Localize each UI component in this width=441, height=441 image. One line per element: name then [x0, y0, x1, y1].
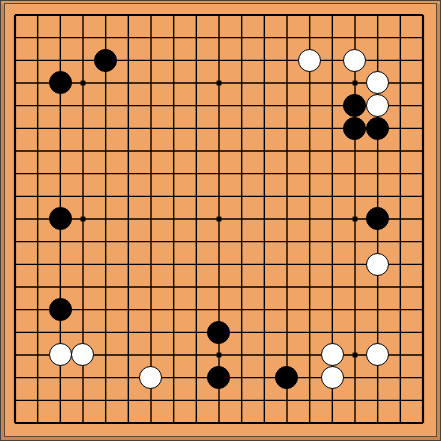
intersection-O4[interactable]	[298, 344, 321, 367]
intersection-J8[interactable]	[185, 253, 208, 276]
intersection-O3[interactable]	[298, 366, 321, 389]
intersection-D16[interactable]	[72, 72, 95, 95]
intersection-J10[interactable]	[185, 208, 208, 231]
intersection-O10[interactable]	[298, 208, 321, 231]
intersection-Q8[interactable]	[344, 253, 367, 276]
intersection-G5[interactable]	[140, 321, 163, 344]
intersection-T7[interactable]	[411, 276, 434, 299]
intersection-K15[interactable]	[208, 94, 231, 117]
intersection-B1[interactable]	[26, 411, 49, 434]
intersection-P15[interactable]	[321, 94, 344, 117]
intersection-L12[interactable]	[230, 162, 253, 185]
intersection-D1[interactable]	[72, 411, 95, 434]
intersection-M6[interactable]	[253, 298, 276, 321]
intersection-B11[interactable]	[26, 185, 49, 208]
intersection-L6[interactable]	[230, 298, 253, 321]
intersection-F11[interactable]	[117, 185, 140, 208]
intersection-J13[interactable]	[185, 140, 208, 163]
intersection-S6[interactable]	[389, 298, 412, 321]
intersection-K16[interactable]	[208, 72, 231, 95]
intersection-E5[interactable]	[94, 321, 117, 344]
intersection-D8[interactable]	[72, 253, 95, 276]
intersection-R17[interactable]	[366, 49, 389, 72]
intersection-A10[interactable]	[4, 208, 27, 231]
intersection-H16[interactable]	[162, 72, 185, 95]
intersection-T5[interactable]	[411, 321, 434, 344]
intersection-L5[interactable]	[230, 321, 253, 344]
intersection-M18[interactable]	[253, 26, 276, 49]
intersection-R4[interactable]	[366, 344, 389, 367]
intersection-M16[interactable]	[253, 72, 276, 95]
intersection-Q10[interactable]	[344, 208, 367, 231]
intersection-F16[interactable]	[117, 72, 140, 95]
intersection-C8[interactable]	[49, 253, 72, 276]
intersection-B18[interactable]	[26, 26, 49, 49]
intersection-A14[interactable]	[4, 117, 27, 140]
intersection-C3[interactable]	[49, 366, 72, 389]
intersection-R15[interactable]	[366, 94, 389, 117]
intersection-R7[interactable]	[366, 276, 389, 299]
intersection-H13[interactable]	[162, 140, 185, 163]
intersection-E12[interactable]	[94, 162, 117, 185]
intersection-Q16[interactable]	[344, 72, 367, 95]
intersection-B5[interactable]	[26, 321, 49, 344]
intersection-N10[interactable]	[276, 208, 299, 231]
intersection-T17[interactable]	[411, 49, 434, 72]
intersection-E9[interactable]	[94, 230, 117, 253]
intersection-B15[interactable]	[26, 94, 49, 117]
intersection-A13[interactable]	[4, 140, 27, 163]
intersection-K19[interactable]	[208, 4, 231, 27]
intersection-M17[interactable]	[253, 49, 276, 72]
intersection-B14[interactable]	[26, 117, 49, 140]
intersection-K3[interactable]	[208, 366, 231, 389]
intersection-J5[interactable]	[185, 321, 208, 344]
intersection-M12[interactable]	[253, 162, 276, 185]
intersection-S10[interactable]	[389, 208, 412, 231]
intersection-P10[interactable]	[321, 208, 344, 231]
intersection-H11[interactable]	[162, 185, 185, 208]
intersection-O14[interactable]	[298, 117, 321, 140]
intersection-R9[interactable]	[366, 230, 389, 253]
intersection-N11[interactable]	[276, 185, 299, 208]
intersection-C5[interactable]	[49, 321, 72, 344]
intersection-L10[interactable]	[230, 208, 253, 231]
intersection-D14[interactable]	[72, 117, 95, 140]
intersection-J14[interactable]	[185, 117, 208, 140]
intersection-L1[interactable]	[230, 411, 253, 434]
intersection-O6[interactable]	[298, 298, 321, 321]
intersection-K6[interactable]	[208, 298, 231, 321]
intersection-R1[interactable]	[366, 411, 389, 434]
intersection-N4[interactable]	[276, 344, 299, 367]
intersection-Q3[interactable]	[344, 366, 367, 389]
intersection-T19[interactable]	[411, 4, 434, 27]
intersection-E17[interactable]	[94, 49, 117, 72]
intersection-K2[interactable]	[208, 389, 231, 412]
intersection-S3[interactable]	[389, 366, 412, 389]
intersection-K9[interactable]	[208, 230, 231, 253]
intersection-T3[interactable]	[411, 366, 434, 389]
intersection-L8[interactable]	[230, 253, 253, 276]
intersection-M5[interactable]	[253, 321, 276, 344]
intersection-D6[interactable]	[72, 298, 95, 321]
intersection-P11[interactable]	[321, 185, 344, 208]
intersection-T10[interactable]	[411, 208, 434, 231]
intersection-E16[interactable]	[94, 72, 117, 95]
intersection-G8[interactable]	[140, 253, 163, 276]
intersection-P6[interactable]	[321, 298, 344, 321]
intersection-C19[interactable]	[49, 4, 72, 27]
intersection-P17[interactable]	[321, 49, 344, 72]
intersection-N3[interactable]	[276, 366, 299, 389]
intersection-Q19[interactable]	[344, 4, 367, 27]
intersection-T14[interactable]	[411, 117, 434, 140]
intersection-G14[interactable]	[140, 117, 163, 140]
intersection-T2[interactable]	[411, 389, 434, 412]
intersection-C14[interactable]	[49, 117, 72, 140]
intersection-E14[interactable]	[94, 117, 117, 140]
intersection-N14[interactable]	[276, 117, 299, 140]
intersection-F19[interactable]	[117, 4, 140, 27]
intersection-T18[interactable]	[411, 26, 434, 49]
intersection-O11[interactable]	[298, 185, 321, 208]
intersection-N1[interactable]	[276, 411, 299, 434]
intersection-D15[interactable]	[72, 94, 95, 117]
intersection-K17[interactable]	[208, 49, 231, 72]
intersection-J19[interactable]	[185, 4, 208, 27]
intersection-M7[interactable]	[253, 276, 276, 299]
intersection-Q7[interactable]	[344, 276, 367, 299]
intersection-G1[interactable]	[140, 411, 163, 434]
intersection-P19[interactable]	[321, 4, 344, 27]
intersection-K10[interactable]	[208, 208, 231, 231]
intersection-S15[interactable]	[389, 94, 412, 117]
intersection-F14[interactable]	[117, 117, 140, 140]
intersection-S5[interactable]	[389, 321, 412, 344]
intersection-N7[interactable]	[276, 276, 299, 299]
intersection-F2[interactable]	[117, 389, 140, 412]
intersection-R12[interactable]	[366, 162, 389, 185]
intersection-L7[interactable]	[230, 276, 253, 299]
intersection-T11[interactable]	[411, 185, 434, 208]
intersection-M14[interactable]	[253, 117, 276, 140]
intersection-N18[interactable]	[276, 26, 299, 49]
intersection-J9[interactable]	[185, 230, 208, 253]
intersection-P12[interactable]	[321, 162, 344, 185]
intersection-E13[interactable]	[94, 140, 117, 163]
intersection-S8[interactable]	[389, 253, 412, 276]
intersection-M4[interactable]	[253, 344, 276, 367]
intersection-N9[interactable]	[276, 230, 299, 253]
intersection-J18[interactable]	[185, 26, 208, 49]
intersection-T12[interactable]	[411, 162, 434, 185]
intersection-R6[interactable]	[366, 298, 389, 321]
intersection-D7[interactable]	[72, 276, 95, 299]
intersection-J11[interactable]	[185, 185, 208, 208]
intersection-F15[interactable]	[117, 94, 140, 117]
intersection-A3[interactable]	[4, 366, 27, 389]
intersection-C16[interactable]	[49, 72, 72, 95]
intersection-A9[interactable]	[4, 230, 27, 253]
intersection-D10[interactable]	[72, 208, 95, 231]
intersection-J2[interactable]	[185, 389, 208, 412]
intersection-S17[interactable]	[389, 49, 412, 72]
intersection-A17[interactable]	[4, 49, 27, 72]
intersection-G6[interactable]	[140, 298, 163, 321]
intersection-T8[interactable]	[411, 253, 434, 276]
intersection-N8[interactable]	[276, 253, 299, 276]
intersection-H10[interactable]	[162, 208, 185, 231]
intersection-Q1[interactable]	[344, 411, 367, 434]
intersection-E18[interactable]	[94, 26, 117, 49]
intersection-G15[interactable]	[140, 94, 163, 117]
intersection-A1[interactable]	[4, 411, 27, 434]
intersection-F10[interactable]	[117, 208, 140, 231]
intersection-K12[interactable]	[208, 162, 231, 185]
intersection-O19[interactable]	[298, 4, 321, 27]
intersection-P8[interactable]	[321, 253, 344, 276]
intersection-A11[interactable]	[4, 185, 27, 208]
intersection-R14[interactable]	[366, 117, 389, 140]
intersection-H1[interactable]	[162, 411, 185, 434]
intersection-E15[interactable]	[94, 94, 117, 117]
intersection-S14[interactable]	[389, 117, 412, 140]
intersection-P4[interactable]	[321, 344, 344, 367]
intersection-H6[interactable]	[162, 298, 185, 321]
intersection-J4[interactable]	[185, 344, 208, 367]
intersection-F18[interactable]	[117, 26, 140, 49]
intersection-D3[interactable]	[72, 366, 95, 389]
intersection-F12[interactable]	[117, 162, 140, 185]
intersection-H14[interactable]	[162, 117, 185, 140]
intersection-Q6[interactable]	[344, 298, 367, 321]
intersection-N17[interactable]	[276, 49, 299, 72]
intersection-T9[interactable]	[411, 230, 434, 253]
intersection-S9[interactable]	[389, 230, 412, 253]
intersection-S4[interactable]	[389, 344, 412, 367]
intersection-M2[interactable]	[253, 389, 276, 412]
intersection-K18[interactable]	[208, 26, 231, 49]
intersection-D5[interactable]	[72, 321, 95, 344]
intersection-P2[interactable]	[321, 389, 344, 412]
intersection-M8[interactable]	[253, 253, 276, 276]
intersection-K8[interactable]	[208, 253, 231, 276]
intersection-K5[interactable]	[208, 321, 231, 344]
intersection-B16[interactable]	[26, 72, 49, 95]
intersection-D2[interactable]	[72, 389, 95, 412]
intersection-H2[interactable]	[162, 389, 185, 412]
intersection-N5[interactable]	[276, 321, 299, 344]
intersection-F1[interactable]	[117, 411, 140, 434]
intersection-G18[interactable]	[140, 26, 163, 49]
intersection-O17[interactable]	[298, 49, 321, 72]
intersection-Q5[interactable]	[344, 321, 367, 344]
intersection-O16[interactable]	[298, 72, 321, 95]
intersection-S12[interactable]	[389, 162, 412, 185]
intersection-E4[interactable]	[94, 344, 117, 367]
intersection-Q11[interactable]	[344, 185, 367, 208]
intersection-B17[interactable]	[26, 49, 49, 72]
intersection-E11[interactable]	[94, 185, 117, 208]
intersection-A2[interactable]	[4, 389, 27, 412]
intersection-D13[interactable]	[72, 140, 95, 163]
intersection-M10[interactable]	[253, 208, 276, 231]
intersection-B4[interactable]	[26, 344, 49, 367]
intersection-A6[interactable]	[4, 298, 27, 321]
intersection-R5[interactable]	[366, 321, 389, 344]
intersection-J6[interactable]	[185, 298, 208, 321]
intersection-R19[interactable]	[366, 4, 389, 27]
intersection-K7[interactable]	[208, 276, 231, 299]
intersection-B2[interactable]	[26, 389, 49, 412]
intersection-R8[interactable]	[366, 253, 389, 276]
intersection-L4[interactable]	[230, 344, 253, 367]
intersection-A15[interactable]	[4, 94, 27, 117]
intersection-P13[interactable]	[321, 140, 344, 163]
intersection-L14[interactable]	[230, 117, 253, 140]
intersection-F3[interactable]	[117, 366, 140, 389]
intersection-D17[interactable]	[72, 49, 95, 72]
intersection-O13[interactable]	[298, 140, 321, 163]
intersection-A5[interactable]	[4, 321, 27, 344]
intersection-G11[interactable]	[140, 185, 163, 208]
intersection-S1[interactable]	[389, 411, 412, 434]
intersection-R16[interactable]	[366, 72, 389, 95]
intersection-J16[interactable]	[185, 72, 208, 95]
intersection-T1[interactable]	[411, 411, 434, 434]
intersection-M1[interactable]	[253, 411, 276, 434]
intersection-C18[interactable]	[49, 26, 72, 49]
intersection-H19[interactable]	[162, 4, 185, 27]
intersection-A16[interactable]	[4, 72, 27, 95]
intersection-B12[interactable]	[26, 162, 49, 185]
intersection-H9[interactable]	[162, 230, 185, 253]
intersection-B8[interactable]	[26, 253, 49, 276]
intersection-P16[interactable]	[321, 72, 344, 95]
intersection-F5[interactable]	[117, 321, 140, 344]
intersection-G2[interactable]	[140, 389, 163, 412]
intersection-S18[interactable]	[389, 26, 412, 49]
intersection-B13[interactable]	[26, 140, 49, 163]
intersection-O1[interactable]	[298, 411, 321, 434]
intersection-M13[interactable]	[253, 140, 276, 163]
intersection-E19[interactable]	[94, 4, 117, 27]
intersection-Q18[interactable]	[344, 26, 367, 49]
intersection-F17[interactable]	[117, 49, 140, 72]
intersection-A19[interactable]	[4, 4, 27, 27]
intersection-C4[interactable]	[49, 344, 72, 367]
intersection-L13[interactable]	[230, 140, 253, 163]
intersection-D11[interactable]	[72, 185, 95, 208]
intersection-P3[interactable]	[321, 366, 344, 389]
intersection-A7[interactable]	[4, 276, 27, 299]
intersection-K11[interactable]	[208, 185, 231, 208]
intersection-C13[interactable]	[49, 140, 72, 163]
intersection-H12[interactable]	[162, 162, 185, 185]
intersection-P18[interactable]	[321, 26, 344, 49]
intersection-M9[interactable]	[253, 230, 276, 253]
intersection-O2[interactable]	[298, 389, 321, 412]
intersection-G7[interactable]	[140, 276, 163, 299]
intersection-D18[interactable]	[72, 26, 95, 49]
intersection-L18[interactable]	[230, 26, 253, 49]
intersection-N12[interactable]	[276, 162, 299, 185]
intersection-S16[interactable]	[389, 72, 412, 95]
intersection-T15[interactable]	[411, 94, 434, 117]
intersection-Q9[interactable]	[344, 230, 367, 253]
intersection-E3[interactable]	[94, 366, 117, 389]
intersection-P14[interactable]	[321, 117, 344, 140]
intersection-B7[interactable]	[26, 276, 49, 299]
intersection-P7[interactable]	[321, 276, 344, 299]
intersection-J15[interactable]	[185, 94, 208, 117]
intersection-L16[interactable]	[230, 72, 253, 95]
intersection-F6[interactable]	[117, 298, 140, 321]
intersection-N19[interactable]	[276, 4, 299, 27]
intersection-H18[interactable]	[162, 26, 185, 49]
intersection-H7[interactable]	[162, 276, 185, 299]
intersection-A4[interactable]	[4, 344, 27, 367]
intersection-N16[interactable]	[276, 72, 299, 95]
intersection-O15[interactable]	[298, 94, 321, 117]
intersection-G13[interactable]	[140, 140, 163, 163]
intersection-G9[interactable]	[140, 230, 163, 253]
intersection-P9[interactable]	[321, 230, 344, 253]
intersection-F8[interactable]	[117, 253, 140, 276]
intersection-J1[interactable]	[185, 411, 208, 434]
intersection-A8[interactable]	[4, 253, 27, 276]
intersection-C9[interactable]	[49, 230, 72, 253]
intersection-E6[interactable]	[94, 298, 117, 321]
intersection-R10[interactable]	[366, 208, 389, 231]
intersection-G16[interactable]	[140, 72, 163, 95]
intersection-A12[interactable]	[4, 162, 27, 185]
intersection-G17[interactable]	[140, 49, 163, 72]
intersection-A18[interactable]	[4, 26, 27, 49]
intersection-T16[interactable]	[411, 72, 434, 95]
intersection-L17[interactable]	[230, 49, 253, 72]
intersection-P1[interactable]	[321, 411, 344, 434]
intersection-G4[interactable]	[140, 344, 163, 367]
intersection-Q15[interactable]	[344, 94, 367, 117]
intersection-B6[interactable]	[26, 298, 49, 321]
intersection-L9[interactable]	[230, 230, 253, 253]
intersection-M11[interactable]	[253, 185, 276, 208]
intersection-Q13[interactable]	[344, 140, 367, 163]
intersection-F7[interactable]	[117, 276, 140, 299]
intersection-B3[interactable]	[26, 366, 49, 389]
intersection-O8[interactable]	[298, 253, 321, 276]
intersection-H17[interactable]	[162, 49, 185, 72]
intersection-D19[interactable]	[72, 4, 95, 27]
intersection-D4[interactable]	[72, 344, 95, 367]
intersection-G3[interactable]	[140, 366, 163, 389]
intersection-Q14[interactable]	[344, 117, 367, 140]
intersection-L15[interactable]	[230, 94, 253, 117]
intersection-O12[interactable]	[298, 162, 321, 185]
intersection-L19[interactable]	[230, 4, 253, 27]
intersection-S13[interactable]	[389, 140, 412, 163]
intersection-L11[interactable]	[230, 185, 253, 208]
intersection-G10[interactable]	[140, 208, 163, 231]
intersection-K1[interactable]	[208, 411, 231, 434]
intersection-Q12[interactable]	[344, 162, 367, 185]
intersection-B19[interactable]	[26, 4, 49, 27]
intersection-H3[interactable]	[162, 366, 185, 389]
intersection-E1[interactable]	[94, 411, 117, 434]
intersection-R13[interactable]	[366, 140, 389, 163]
